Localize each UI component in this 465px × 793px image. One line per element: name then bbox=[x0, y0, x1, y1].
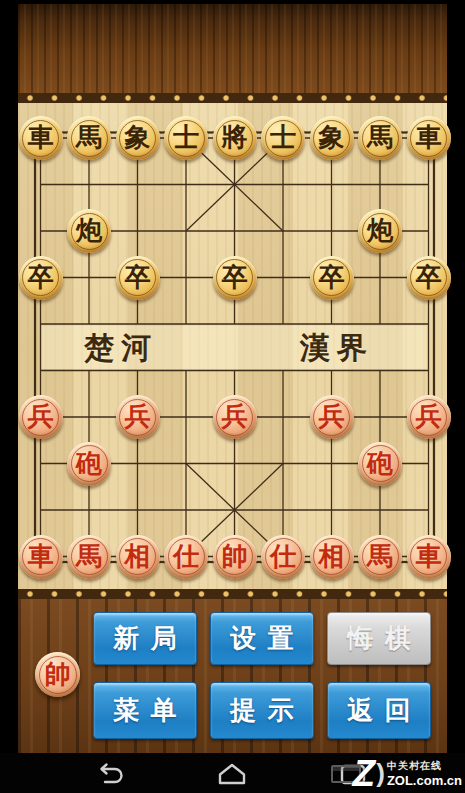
river-label-right: 漢界 bbox=[300, 324, 374, 371]
board-edge-nails-top bbox=[18, 93, 447, 103]
xiangqi-piece-black[interactable]: 卒 bbox=[116, 256, 160, 300]
xiangqi-piece-black[interactable]: 卒 bbox=[19, 256, 63, 300]
xiangqi-piece-black[interactable]: 馬 bbox=[358, 116, 402, 160]
board-grid bbox=[18, 103, 447, 589]
top-wood-panel bbox=[18, 4, 447, 93]
android-navbar: Z ) 中关村在线 ZOL.com.cn bbox=[0, 753, 465, 793]
turn-indicator-piece: 帥 bbox=[35, 652, 80, 697]
watermark-cn-text: 中关村在线 bbox=[387, 759, 462, 773]
xiangqi-piece-red[interactable]: 兵 bbox=[116, 395, 160, 439]
xiangqi-piece-black[interactable]: 卒 bbox=[310, 256, 354, 300]
zol-watermark: Z ) 中关村在线 ZOL.com.cn bbox=[331, 754, 462, 793]
river-label-left: 楚河 bbox=[84, 324, 158, 371]
xiangqi-piece-red[interactable]: 馬 bbox=[358, 535, 402, 579]
xiangqi-piece-red[interactable]: 兵 bbox=[213, 395, 257, 439]
xiangqi-piece-black[interactable]: 士 bbox=[164, 116, 208, 160]
xiangqi-piece-red[interactable]: 帥 bbox=[213, 535, 257, 579]
xiangqi-piece-black[interactable]: 車 bbox=[407, 116, 451, 160]
return-button[interactable]: 返回 bbox=[327, 682, 431, 739]
xiangqi-piece-red[interactable]: 相 bbox=[310, 535, 354, 579]
xiangqi-piece-black[interactable]: 士 bbox=[261, 116, 305, 160]
hint-button[interactable]: 提示 bbox=[210, 682, 314, 739]
button-grid: 新局 设置 悔棋 菜单 提示 返回 bbox=[93, 612, 431, 739]
xiangqi-piece-black[interactable]: 炮 bbox=[67, 209, 111, 253]
xiangqi-piece-black[interactable]: 馬 bbox=[67, 116, 111, 160]
watermark-url-text: ZOL.com.cn bbox=[387, 773, 462, 788]
watermark-paren: ) bbox=[376, 758, 385, 789]
xiangqi-piece-red[interactable]: 砲 bbox=[358, 442, 402, 486]
xiangqi-piece-red[interactable]: 兵 bbox=[310, 395, 354, 439]
xiangqi-piece-black[interactable]: 車 bbox=[19, 116, 63, 160]
new-game-button[interactable]: 新局 bbox=[93, 612, 197, 665]
board-edge-nails-bottom bbox=[18, 589, 447, 599]
xiangqi-piece-black[interactable]: 象 bbox=[116, 116, 160, 160]
app-window: 楚河 漢界 車馬象士將士象馬車炮炮卒卒卒卒卒兵兵兵兵兵砲砲車馬相仕帥仕相馬車 帥… bbox=[18, 0, 447, 753]
xiangqi-piece-black[interactable]: 卒 bbox=[407, 256, 451, 300]
xiangqi-board[interactable]: 楚河 漢界 車馬象士將士象馬車炮炮卒卒卒卒卒兵兵兵兵兵砲砲車馬相仕帥仕相馬車 bbox=[18, 103, 447, 589]
watermark-logo-z: Z bbox=[353, 755, 376, 792]
xiangqi-piece-black[interactable]: 卒 bbox=[213, 256, 257, 300]
settings-button[interactable]: 设置 bbox=[210, 612, 314, 665]
xiangqi-piece-red[interactable]: 仕 bbox=[261, 535, 305, 579]
xiangqi-piece-red[interactable]: 兵 bbox=[19, 395, 63, 439]
xiangqi-piece-red[interactable]: 車 bbox=[19, 535, 63, 579]
xiangqi-piece-red[interactable]: 車 bbox=[407, 535, 451, 579]
xiangqi-piece-red[interactable]: 兵 bbox=[407, 395, 451, 439]
control-panel: 帥 新局 设置 悔棋 菜单 提示 返回 bbox=[18, 599, 447, 753]
menu-button[interactable]: 菜单 bbox=[93, 682, 197, 739]
xiangqi-piece-red[interactable]: 砲 bbox=[67, 442, 111, 486]
xiangqi-piece-black[interactable]: 象 bbox=[310, 116, 354, 160]
xiangqi-piece-red[interactable]: 相 bbox=[116, 535, 160, 579]
xiangqi-piece-red[interactable]: 馬 bbox=[67, 535, 111, 579]
home-icon[interactable] bbox=[217, 762, 247, 786]
xiangqi-piece-black[interactable]: 炮 bbox=[358, 209, 402, 253]
undo-button[interactable]: 悔棋 bbox=[327, 612, 431, 665]
back-icon[interactable] bbox=[93, 762, 123, 786]
xiangqi-piece-red[interactable]: 仕 bbox=[164, 535, 208, 579]
xiangqi-piece-black[interactable]: 將 bbox=[213, 116, 257, 160]
